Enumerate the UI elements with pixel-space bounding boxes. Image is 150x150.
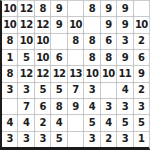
cell-r3c4[interactable]	[51, 34, 66, 49]
cell-r5c3[interactable]: 12	[35, 66, 50, 81]
cell-r2c5[interactable]: 10	[68, 17, 83, 32]
cell-r9c5[interactable]	[68, 132, 83, 147]
cell-r3c2[interactable]: 10	[18, 34, 33, 49]
cell-r3c1[interactable]: 8	[2, 34, 17, 49]
cell-r2c6[interactable]	[84, 17, 99, 32]
cell-r8c7[interactable]: 4	[101, 115, 116, 130]
cell-r2c3[interactable]: 12	[35, 17, 50, 32]
cell-r9c8[interactable]: 3	[117, 132, 132, 147]
cell-r9c1[interactable]: 3	[2, 132, 17, 147]
cell-r7c5[interactable]: 9	[68, 99, 83, 114]
cell-r4c3[interactable]: 10	[35, 50, 50, 65]
cell-r1c9[interactable]	[134, 1, 149, 16]
cell-r1c2[interactable]: 12	[18, 1, 33, 16]
cell-r5c2[interactable]: 12	[18, 66, 33, 81]
cell-r3c8[interactable]: 3	[117, 34, 132, 49]
cell-r1c6[interactable]: 8	[84, 1, 99, 16]
cell-r6c5[interactable]: 7	[68, 83, 83, 98]
cell-r8c1[interactable]: 4	[2, 115, 17, 130]
cell-r4c4[interactable]: 6	[51, 50, 66, 65]
cell-r4c7[interactable]: 8	[101, 50, 116, 65]
cell-r8c4[interactable]: 4	[51, 115, 66, 130]
cell-r1c1[interactable]: 10	[2, 1, 17, 16]
cell-r1c5[interactable]	[68, 1, 83, 16]
cell-r2c7[interactable]: 9	[101, 17, 116, 32]
cell-r5c1[interactable]: 8	[2, 66, 17, 81]
cell-r4c5[interactable]	[68, 50, 83, 65]
cell-r2c2[interactable]: 12	[18, 17, 33, 32]
cell-r3c9[interactable]: 2	[134, 34, 149, 49]
cell-r5c6[interactable]: 10	[84, 66, 99, 81]
cell-r1c7[interactable]: 9	[101, 1, 116, 16]
cell-r3c7[interactable]: 6	[101, 34, 116, 49]
cell-r7c9[interactable]: 3	[134, 99, 149, 114]
cell-r6c4[interactable]: 5	[51, 83, 66, 98]
cell-r2c8[interactable]: 9	[117, 17, 132, 32]
cell-r2c9[interactable]: 10	[134, 17, 149, 32]
cell-r1c4[interactable]: 9	[51, 1, 66, 16]
cell-r9c3[interactable]: 3	[35, 132, 50, 147]
cell-r7c1[interactable]	[2, 99, 17, 114]
cell-r8c6[interactable]: 5	[84, 115, 99, 130]
cell-r3c6[interactable]: 8	[84, 34, 99, 49]
cell-r2c1[interactable]: 10	[2, 17, 17, 32]
cell-r8c2[interactable]: 4	[18, 115, 33, 130]
cell-r4c6[interactable]: 8	[84, 50, 99, 65]
cell-r7c4[interactable]: 8	[51, 99, 66, 114]
cell-r6c1[interactable]: 3	[2, 83, 17, 98]
cell-r9c2[interactable]: 3	[18, 132, 33, 147]
cell-r6c7[interactable]	[101, 83, 116, 98]
cell-r9c4[interactable]: 5	[51, 132, 66, 147]
cell-r9c6[interactable]: 3	[84, 132, 99, 147]
cell-r1c8[interactable]: 9	[117, 1, 132, 16]
cell-r7c7[interactable]: 3	[101, 99, 116, 114]
cell-r9c9[interactable]: 1	[134, 132, 149, 147]
cell-r5c7[interactable]: 10	[101, 66, 116, 81]
cell-r7c2[interactable]: 7	[18, 99, 33, 114]
cell-r5c8[interactable]: 11	[117, 66, 132, 81]
cell-r5c4[interactable]: 12	[51, 66, 66, 81]
cell-r6c2[interactable]: 3	[18, 83, 33, 98]
cell-r4c1[interactable]: 1	[2, 50, 17, 65]
cell-r8c5[interactable]	[68, 115, 83, 130]
cell-r4c9[interactable]: 6	[134, 50, 149, 65]
cell-r6c6[interactable]: 3	[84, 83, 99, 98]
cell-r8c9[interactable]: 5	[134, 115, 149, 130]
cell-r6c8[interactable]: 4	[117, 83, 132, 98]
cell-r6c3[interactable]: 5	[35, 83, 50, 98]
cell-r9c7[interactable]: 2	[101, 132, 116, 147]
cell-r2c4[interactable]: 9	[51, 17, 66, 32]
cell-r4c8[interactable]: 9	[117, 50, 132, 65]
cell-r7c8[interactable]: 3	[117, 99, 132, 114]
cell-r5c5[interactable]: 13	[68, 66, 83, 81]
cell-r5c9[interactable]: 9	[134, 66, 149, 81]
cell-r3c3[interactable]: 10	[35, 34, 50, 49]
puzzle-board: 1012898991012129109910810108863215106889…	[0, 0, 150, 150]
cell-r7c3[interactable]: 6	[35, 99, 50, 114]
puzzle-screenshot: 1012898991012129109910810108863215106889…	[0, 0, 150, 150]
cell-r3c5[interactable]: 8	[68, 34, 83, 49]
cell-r8c3[interactable]: 2	[35, 115, 50, 130]
cell-r1c3[interactable]: 8	[35, 1, 50, 16]
cell-r6c9[interactable]: 2	[134, 83, 149, 98]
cell-r7c6[interactable]: 4	[84, 99, 99, 114]
cell-r4c2[interactable]: 5	[18, 50, 33, 65]
cell-r8c8[interactable]: 5	[117, 115, 132, 130]
